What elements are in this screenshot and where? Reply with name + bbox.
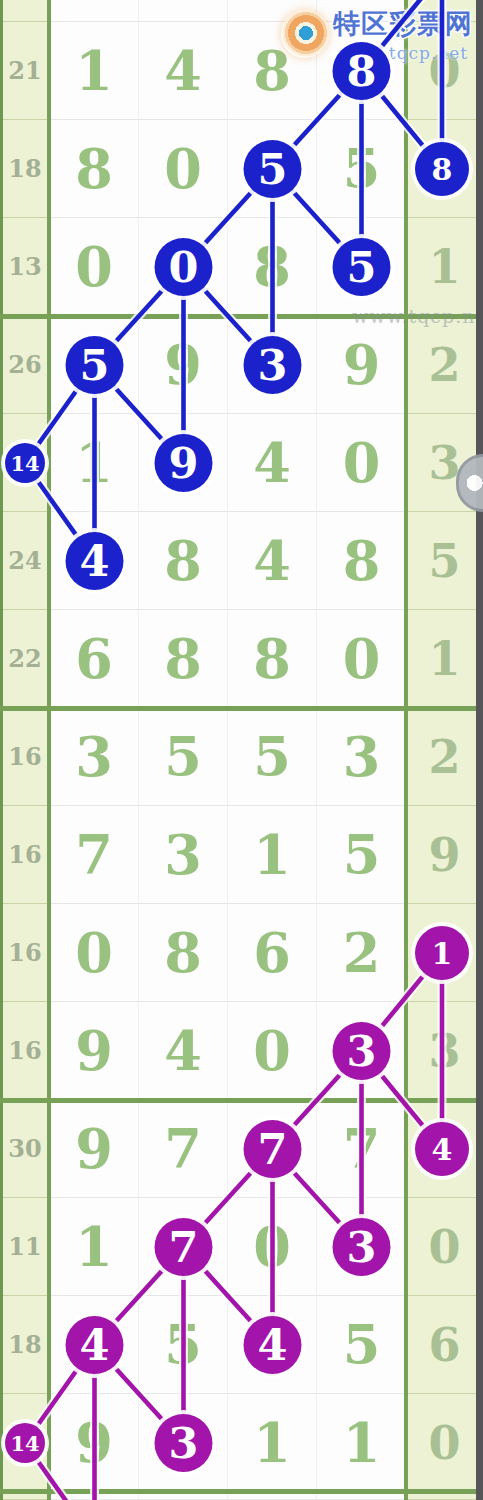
cell-12-d1: 1 xyxy=(50,1198,139,1296)
table-row: 1673159 xyxy=(0,806,483,904)
cell-9-stat: 1 xyxy=(406,904,483,1002)
cell-1-label: 18 xyxy=(0,120,50,218)
cell-3-d3: 3 xyxy=(228,316,317,414)
cell-x-d1 xyxy=(50,0,139,22)
stat-column-divider xyxy=(404,0,408,1500)
cell-7-label: 16 xyxy=(0,708,50,806)
trend-chart-page: 2114880188055813008512659392141940324484… xyxy=(0,0,483,1500)
trend-chart-table: 2114880188055813008512659392141940324484… xyxy=(0,0,483,1500)
table-row: 2659392 xyxy=(0,316,483,414)
cell-6-d1: 6 xyxy=(50,610,139,708)
cell-11-d2: 7 xyxy=(139,1100,228,1198)
cell-11-d4: 7 xyxy=(317,1100,406,1198)
cell-12-label: 11 xyxy=(0,1198,50,1296)
table-row: 1880558 xyxy=(0,120,483,218)
group-divider-2 xyxy=(0,706,477,711)
cell-8-d1: 7 xyxy=(50,806,139,904)
cell-13-stat: 6 xyxy=(406,1296,483,1394)
cell-11-label: 30 xyxy=(0,1100,50,1198)
cell-14-d1: 9 xyxy=(50,1394,139,1492)
table-row: 2448485 xyxy=(0,512,483,610)
cell-11-stat: 4 xyxy=(406,1100,483,1198)
table-outer-left-border xyxy=(0,0,3,1500)
site-logo-icon xyxy=(281,10,329,58)
cell-9-d3: 6 xyxy=(228,904,317,1002)
cell-2-label: 13 xyxy=(0,218,50,316)
cell-7-d4: 3 xyxy=(317,708,406,806)
cell-12-stat: 0 xyxy=(406,1198,483,1296)
right-edge-strip xyxy=(476,0,483,1500)
cell-8-d2: 3 xyxy=(139,806,228,904)
cell-7-d1: 3 xyxy=(50,708,139,806)
cell-7-d2: 5 xyxy=(139,708,228,806)
cell-2-d4: 5 xyxy=(317,218,406,316)
cell-5-d1: 4 xyxy=(50,512,139,610)
cell-0-d1: 1 xyxy=(50,22,139,120)
cell-12-d4: 3 xyxy=(317,1198,406,1296)
table-row: 1300851 xyxy=(0,218,483,316)
cell-11-d1: 9 xyxy=(50,1100,139,1198)
cell-13-d4: 5 xyxy=(317,1296,406,1394)
cell-5-d2: 8 xyxy=(139,512,228,610)
cell-1-stat: 8 xyxy=(406,120,483,218)
cell-2-d3: 8 xyxy=(228,218,317,316)
cell-5-d3: 4 xyxy=(228,512,317,610)
cell-14-d3: 1 xyxy=(228,1394,317,1492)
group-divider-3 xyxy=(0,1098,477,1103)
cell-12-d3: 0 xyxy=(228,1198,317,1296)
cell-4-d2: 9 xyxy=(139,414,228,512)
cell-1-d4: 5 xyxy=(317,120,406,218)
cell-9-d2: 8 xyxy=(139,904,228,1002)
table-row: 1694033 xyxy=(0,1002,483,1100)
cell-3-d2: 9 xyxy=(139,316,228,414)
table-row: 2268801 xyxy=(0,610,483,708)
table-row: 1845456 xyxy=(0,1296,483,1394)
cell-3-label: 26 xyxy=(0,316,50,414)
table-row: 1635532 xyxy=(0,708,483,806)
cell-6-d4: 0 xyxy=(317,610,406,708)
cell-13-d3: 4 xyxy=(228,1296,317,1394)
label-column-divider xyxy=(47,0,51,1500)
cell-6-stat: 1 xyxy=(406,610,483,708)
cell-10-d4: 3 xyxy=(317,1002,406,1100)
cell-12-d2: 7 xyxy=(139,1198,228,1296)
cell-8-label: 16 xyxy=(0,806,50,904)
table-row: 1117030 xyxy=(0,1198,483,1296)
cell-6-d3: 8 xyxy=(228,610,317,708)
table-row: 1608621 xyxy=(0,904,483,1002)
cell-7-d3: 5 xyxy=(228,708,317,806)
cell-2-d2: 0 xyxy=(139,218,228,316)
cell-3-stat: 2 xyxy=(406,316,483,414)
site-logo-domain: www.tqcp.net xyxy=(338,43,468,63)
table-row: 1419403 xyxy=(0,414,483,512)
cell-2-d1: 0 xyxy=(50,218,139,316)
cell-10-d1: 9 xyxy=(50,1002,139,1100)
cell-13-d2: 5 xyxy=(139,1296,228,1394)
cell-6-d2: 8 xyxy=(139,610,228,708)
cell-x-label xyxy=(0,0,50,22)
cell-14-label: 14 xyxy=(0,1394,50,1492)
cell-8-d4: 5 xyxy=(317,806,406,904)
cell-13-label: 18 xyxy=(0,1296,50,1394)
watermark-text: www.tqcp.net xyxy=(352,305,483,327)
cell-3-d4: 9 xyxy=(317,316,406,414)
cell-0-label: 21 xyxy=(0,22,50,120)
cell-9-label: 16 xyxy=(0,904,50,1002)
cell-x-d2 xyxy=(139,0,228,22)
cell-0-d2: 4 xyxy=(139,22,228,120)
cell-14-d4: 1 xyxy=(317,1394,406,1492)
table-row: 1493110 xyxy=(0,1394,483,1492)
cell-5-stat: 5 xyxy=(406,512,483,610)
site-logo-title: 特区彩票网 xyxy=(333,6,473,42)
cell-5-label: 24 xyxy=(0,512,50,610)
cell-4-label: 14 xyxy=(0,414,50,512)
cell-14-stat: 0 xyxy=(406,1394,483,1492)
cell-3-d1: 5 xyxy=(50,316,139,414)
cell-10-d3: 0 xyxy=(228,1002,317,1100)
grid-rows: 2114880188055813008512659392141940324484… xyxy=(0,0,483,1500)
cell-9-d1: 0 xyxy=(50,904,139,1002)
cell-6-label: 22 xyxy=(0,610,50,708)
cell-5-d4: 8 xyxy=(317,512,406,610)
cell-8-stat: 9 xyxy=(406,806,483,904)
cell-4-d4: 0 xyxy=(317,414,406,512)
cell-13-d1: 4 xyxy=(50,1296,139,1394)
cell-9-d4: 2 xyxy=(317,904,406,1002)
cell-8-d3: 1 xyxy=(228,806,317,904)
group-divider-4 xyxy=(0,1489,477,1494)
cell-1-d3: 5 xyxy=(228,120,317,218)
cell-2-stat: 1 xyxy=(406,218,483,316)
cell-10-d2: 4 xyxy=(139,1002,228,1100)
cell-1-d2: 0 xyxy=(139,120,228,218)
cell-4-d1: 1 xyxy=(50,414,139,512)
site-logo: 特区彩票网 www.tqcp.net xyxy=(281,6,473,63)
cell-1-d1: 8 xyxy=(50,120,139,218)
cell-11-d3: 7 xyxy=(228,1100,317,1198)
cell-10-label: 16 xyxy=(0,1002,50,1100)
table-row: 3097774 xyxy=(0,1100,483,1198)
cell-4-d3: 4 xyxy=(228,414,317,512)
cell-14-d2: 3 xyxy=(139,1394,228,1492)
cell-7-stat: 2 xyxy=(406,708,483,806)
cell-10-stat: 3 xyxy=(406,1002,483,1100)
